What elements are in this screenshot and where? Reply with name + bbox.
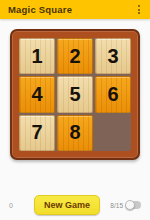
empty-cell [95, 115, 131, 151]
board-size-toggle[interactable] [126, 201, 141, 209]
tile-2[interactable]: 2 [57, 38, 93, 74]
toggle-thumb [125, 200, 135, 210]
tile-8[interactable]: 8 [57, 115, 93, 151]
puzzle-board-frame: 12345678 [10, 29, 140, 160]
tile-5[interactable]: 5 [57, 76, 93, 112]
tile-7[interactable]: 7 [19, 115, 55, 151]
tile-3[interactable]: 3 [95, 38, 131, 74]
bottom-bar: 0 New Game 8/15 [0, 194, 150, 216]
tile-6[interactable]: 6 [95, 76, 131, 112]
overflow-menu-icon[interactable] [136, 3, 142, 16]
board-size-label: 8/15 [110, 202, 123, 209]
tile-4[interactable]: 4 [19, 76, 55, 112]
app-title: Magic Square [8, 4, 136, 15]
tile-1[interactable]: 1 [19, 38, 55, 74]
board-grid: 12345678 [19, 38, 131, 151]
board-size-control: 8/15 [101, 201, 141, 209]
app-bar: Magic Square [0, 0, 150, 19]
new-game-button[interactable]: New Game [34, 195, 100, 215]
moves-counter: 0 [9, 202, 33, 209]
